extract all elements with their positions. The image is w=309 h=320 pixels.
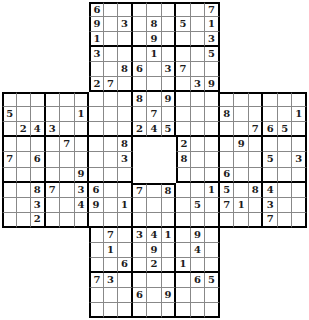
cell-r9c5[interactable]	[60, 122, 75, 137]
cell-r19c14[interactable]: 6	[191, 273, 206, 288]
cell-r16c12[interactable]: 1	[162, 228, 177, 243]
cell-r7c21[interactable]	[292, 92, 307, 107]
cell-r5c8[interactable]	[104, 62, 119, 77]
cell-r19c9[interactable]	[118, 273, 133, 288]
cell-r8c7[interactable]	[89, 107, 104, 122]
cell-r1c15[interactable]: 7	[205, 2, 220, 17]
cell-r18c9[interactable]: 6	[118, 258, 133, 273]
cell-r10c4[interactable]	[46, 137, 61, 152]
cell-r8c11[interactable]: 7	[147, 107, 162, 122]
cell-r12c18[interactable]	[249, 168, 264, 183]
cell-r13c10[interactable]: 7	[133, 183, 148, 198]
cell-r7c20[interactable]	[278, 92, 293, 107]
cell-r12c8[interactable]	[104, 168, 119, 183]
cell-r10c14[interactable]	[191, 137, 206, 152]
cell-r9c2[interactable]: 2	[17, 122, 32, 137]
cell-r13c13[interactable]	[176, 183, 191, 198]
cell-r9c13[interactable]	[176, 122, 191, 137]
cell-r1c10[interactable]	[133, 2, 148, 17]
cell-r15c21[interactable]	[292, 213, 307, 228]
cell-r7c16[interactable]	[220, 92, 235, 107]
cell-r7c4[interactable]	[46, 92, 61, 107]
cell-r12c15[interactable]	[205, 168, 220, 183]
cell-r10c21[interactable]	[292, 137, 307, 152]
cell-r19c10[interactable]	[133, 273, 148, 288]
cell-r13c19[interactable]: 4	[263, 183, 278, 198]
cell-r8c21[interactable]: 1	[292, 107, 307, 122]
cell-r13c7[interactable]: 6	[89, 183, 104, 198]
cell-r15c2[interactable]	[17, 213, 32, 228]
void-region	[220, 32, 235, 47]
cell-r14c7[interactable]: 9	[89, 198, 104, 213]
cell-r6c7[interactable]: 2	[89, 77, 104, 92]
cell-r17c13[interactable]	[176, 243, 191, 258]
cell-r10c16[interactable]	[220, 137, 235, 152]
cell-r15c16[interactable]	[220, 213, 235, 228]
cell-r8c4[interactable]	[46, 107, 61, 122]
cell-r6c8[interactable]: 7	[104, 77, 119, 92]
cell-r8c19[interactable]	[263, 107, 278, 122]
cell-r17c12[interactable]	[162, 243, 177, 258]
cell-r13c16[interactable]: 5	[220, 183, 235, 198]
cell-r14c2[interactable]	[17, 198, 32, 213]
cell-r8c6[interactable]: 1	[75, 107, 90, 122]
cell-r1c11[interactable]	[147, 2, 162, 17]
cell-r21c9[interactable]	[118, 303, 133, 318]
cell-r14c8[interactable]	[104, 198, 119, 213]
cell-r15c11[interactable]	[147, 213, 162, 228]
cell-r13c21[interactable]	[292, 183, 307, 198]
cell-r20c12[interactable]: 9	[162, 288, 177, 303]
cell-r2c11[interactable]: 8	[147, 17, 162, 32]
cell-r13c4[interactable]: 7	[46, 183, 61, 198]
cell-r18c8[interactable]	[104, 258, 119, 273]
cell-r9c8[interactable]	[104, 122, 119, 137]
cell-r12c4[interactable]	[46, 168, 61, 183]
cell-r7c5[interactable]	[60, 92, 75, 107]
cell-r7c17[interactable]	[234, 92, 249, 107]
cell-r15c14[interactable]	[191, 213, 206, 228]
cell-r4c7[interactable]: 3	[89, 47, 104, 62]
cell-r15c15[interactable]	[205, 213, 220, 228]
cell-r18c12[interactable]	[162, 258, 177, 273]
cell-r19c7[interactable]: 7	[89, 273, 104, 288]
cell-r11c5[interactable]	[60, 152, 75, 167]
cell-r6c9[interactable]	[118, 77, 133, 92]
cell-r12c20[interactable]	[278, 168, 293, 183]
cell-r18c15[interactable]	[205, 258, 220, 273]
cell-r10c6[interactable]	[75, 137, 90, 152]
cell-r14c17[interactable]: 1	[234, 198, 249, 213]
cell-r8c20[interactable]	[278, 107, 293, 122]
cell-r16c13[interactable]	[176, 228, 191, 243]
cell-r15c18[interactable]	[249, 213, 264, 228]
void-region	[60, 77, 75, 92]
cell-r21c7[interactable]	[89, 303, 104, 318]
cell-r21c13[interactable]	[176, 303, 191, 318]
cell-r9c7[interactable]	[89, 122, 104, 137]
cell-r3c12[interactable]	[162, 32, 177, 47]
cell-r14c5[interactable]	[60, 198, 75, 213]
cell-r8c3[interactable]	[31, 107, 46, 122]
cell-r19c11[interactable]	[147, 273, 162, 288]
cell-r9c18[interactable]: 7	[249, 122, 264, 137]
cell-r19c8[interactable]: 3	[104, 273, 119, 288]
cell-r14c15[interactable]	[205, 198, 220, 213]
cell-r5c10[interactable]: 6	[133, 62, 148, 77]
cell-r9c6[interactable]	[75, 122, 90, 137]
cell-r9c15[interactable]	[205, 122, 220, 137]
cell-r14c12[interactable]	[162, 198, 177, 213]
cell-r13c20[interactable]	[278, 183, 293, 198]
cell-r2c9[interactable]: 3	[118, 17, 133, 32]
cell-r16c10[interactable]: 3	[133, 228, 148, 243]
cell-r13c12[interactable]: 8	[162, 183, 177, 198]
cell-r10c2[interactable]	[17, 137, 32, 152]
cell-r13c18[interactable]: 8	[249, 183, 264, 198]
cell-r11c9[interactable]: 3	[118, 152, 133, 167]
void-region	[60, 288, 75, 303]
cell-r10c19[interactable]	[263, 137, 278, 152]
cell-r7c6[interactable]	[75, 92, 90, 107]
cell-r11c21[interactable]: 3	[292, 152, 307, 167]
cell-r11c2[interactable]	[17, 152, 32, 167]
cell-r17c7[interactable]	[89, 243, 104, 258]
cell-r7c8[interactable]	[104, 92, 119, 107]
cell-r5c7[interactable]	[89, 62, 104, 77]
cell-r2c8[interactable]	[104, 17, 119, 32]
cell-r19c15[interactable]: 5	[205, 273, 220, 288]
cell-r9c17[interactable]	[234, 122, 249, 137]
cell-r14c4[interactable]	[46, 198, 61, 213]
cell-r9c3[interactable]: 4	[31, 122, 46, 137]
cell-r15c9[interactable]	[118, 213, 133, 228]
cell-r7c11[interactable]	[147, 92, 162, 107]
cell-r11c15[interactable]	[205, 152, 220, 167]
cell-r6c15[interactable]: 9	[205, 77, 220, 92]
cell-r7c13[interactable]	[176, 92, 191, 107]
cell-r12c16[interactable]: 6	[220, 168, 235, 183]
cell-r14c14[interactable]: 5	[191, 198, 206, 213]
cell-r15c1[interactable]	[2, 213, 17, 228]
cell-r3c10[interactable]	[133, 32, 148, 47]
cell-r15c10[interactable]	[133, 213, 148, 228]
cell-r2c15[interactable]: 1	[205, 17, 220, 32]
cell-r19c13[interactable]	[176, 273, 191, 288]
void-region	[2, 17, 17, 32]
cell-r14c3[interactable]: 3	[31, 198, 46, 213]
cell-r12c2[interactable]	[17, 168, 32, 183]
cell-r6c12[interactable]	[162, 77, 177, 92]
cell-r12c6[interactable]: 9	[75, 168, 90, 183]
cell-r13c8[interactable]	[104, 183, 119, 198]
cell-r1c12[interactable]	[162, 2, 177, 17]
void-region	[278, 2, 293, 17]
cell-r3c7[interactable]: 1	[89, 32, 104, 47]
cell-r20c15[interactable]	[205, 288, 220, 303]
cell-r6c14[interactable]: 3	[191, 77, 206, 92]
cell-r20c8[interactable]	[104, 288, 119, 303]
cell-r15c3[interactable]: 2	[31, 213, 46, 228]
cell-r13c2[interactable]	[17, 183, 32, 198]
cell-r8c8[interactable]	[104, 107, 119, 122]
cell-r18c10[interactable]	[133, 258, 148, 273]
cell-r7c12[interactable]: 9	[162, 92, 177, 107]
cell-r13c9[interactable]	[118, 183, 133, 198]
cell-r9c10[interactable]: 2	[133, 122, 148, 137]
cell-r4c13[interactable]	[176, 47, 191, 62]
cell-r20c7[interactable]	[89, 288, 104, 303]
cell-r12c19[interactable]	[263, 168, 278, 183]
cell-r6c13[interactable]	[176, 77, 191, 92]
cell-r11c8[interactable]	[104, 152, 119, 167]
cell-r11c1[interactable]: 7	[2, 152, 17, 167]
cell-r9c9[interactable]	[118, 122, 133, 137]
cell-r13c17[interactable]	[234, 183, 249, 198]
cell-r2c13[interactable]: 5	[176, 17, 191, 32]
cell-r9c1[interactable]	[2, 122, 17, 137]
cell-r15c19[interactable]: 7	[263, 213, 278, 228]
cell-r5c14[interactable]	[191, 62, 206, 77]
cell-r8c1[interactable]: 5	[2, 107, 17, 122]
cell-r13c3[interactable]: 8	[31, 183, 46, 198]
cell-r16c15[interactable]	[205, 228, 220, 243]
cell-r4c9[interactable]	[118, 47, 133, 62]
cell-r7c1[interactable]	[2, 92, 17, 107]
cell-r9c14[interactable]	[191, 122, 206, 137]
cell-r17c15[interactable]	[205, 243, 220, 258]
cell-r14c11[interactable]	[147, 198, 162, 213]
cell-r2c14[interactable]	[191, 17, 206, 32]
cell-r4c11[interactable]: 1	[147, 47, 162, 62]
cell-r10c20[interactable]	[278, 137, 293, 152]
cell-r10c1[interactable]	[2, 137, 17, 152]
cell-r7c19[interactable]	[263, 92, 278, 107]
cell-r8c12[interactable]	[162, 107, 177, 122]
cell-r14c13[interactable]	[176, 198, 191, 213]
cell-r4c8[interactable]	[104, 47, 119, 62]
cell-r1c9[interactable]	[118, 2, 133, 17]
cell-r21c10[interactable]	[133, 303, 148, 318]
cell-r8c16[interactable]: 8	[220, 107, 235, 122]
cell-r1c8[interactable]	[104, 2, 119, 17]
cell-r11c13[interactable]: 8	[176, 152, 191, 167]
cell-r14c1[interactable]	[2, 198, 17, 213]
cell-r1c7[interactable]: 6	[89, 2, 104, 17]
cell-r2c12[interactable]	[162, 17, 177, 32]
cell-r9c12[interactable]: 5	[162, 122, 177, 137]
cell-r13c11[interactable]	[147, 183, 162, 198]
cell-r5c9[interactable]: 8	[118, 62, 133, 77]
cell-r9c11[interactable]: 4	[147, 122, 162, 137]
cell-r12c9[interactable]	[118, 168, 133, 183]
cell-r7c18[interactable]	[249, 92, 264, 107]
cell-r15c5[interactable]	[60, 213, 75, 228]
cell-r4c14[interactable]	[191, 47, 206, 62]
cell-r10c18[interactable]	[249, 137, 264, 152]
cell-r1c14[interactable]	[191, 2, 206, 17]
cell-r10c8[interactable]	[104, 137, 119, 152]
cell-r3c14[interactable]	[191, 32, 206, 47]
cell-r17c11[interactable]: 9	[147, 243, 162, 258]
void-region	[2, 32, 17, 47]
cell-r10c9[interactable]: 8	[118, 137, 133, 152]
void-region	[220, 273, 235, 288]
cell-r10c7[interactable]	[89, 137, 104, 152]
cell-r14c18[interactable]	[249, 198, 264, 213]
cell-r9c19[interactable]: 6	[263, 122, 278, 137]
cell-r18c7[interactable]	[89, 258, 104, 273]
void-region	[249, 77, 264, 92]
cell-r15c12[interactable]	[162, 213, 177, 228]
cell-r7c15[interactable]	[205, 92, 220, 107]
cell-r7c14[interactable]	[191, 92, 206, 107]
cell-r11c3[interactable]: 6	[31, 152, 46, 167]
void-region	[60, 17, 75, 32]
cell-r11c16[interactable]	[220, 152, 235, 167]
cell-r20c9[interactable]	[118, 288, 133, 303]
cell-r11c19[interactable]: 5	[263, 152, 278, 167]
cell-r9c16[interactable]	[220, 122, 235, 137]
cell-r12c7[interactable]	[89, 168, 104, 183]
cell-r16c11[interactable]: 4	[147, 228, 162, 243]
cell-r5c15[interactable]	[205, 62, 220, 77]
cell-r20c14[interactable]	[191, 288, 206, 303]
cell-r9c21[interactable]	[292, 122, 307, 137]
cell-r14c10[interactable]	[133, 198, 148, 213]
cell-r10c15[interactable]	[205, 137, 220, 152]
cell-r7c3[interactable]	[31, 92, 46, 107]
cell-r11c17[interactable]	[234, 152, 249, 167]
cell-r2c7[interactable]: 9	[89, 17, 104, 32]
cell-r3c11[interactable]: 9	[147, 32, 162, 47]
cell-r12c1[interactable]	[2, 168, 17, 183]
cell-r17c10[interactable]	[133, 243, 148, 258]
cell-r7c7[interactable]	[89, 92, 104, 107]
cell-r17c8[interactable]: 1	[104, 243, 119, 258]
cell-r20c11[interactable]	[147, 288, 162, 303]
cell-r1c13[interactable]	[176, 2, 191, 17]
cell-r12c17[interactable]	[234, 168, 249, 183]
cell-r17c9[interactable]	[118, 243, 133, 258]
cell-r18c13[interactable]: 1	[176, 258, 191, 273]
cell-r12c21[interactable]	[292, 168, 307, 183]
cell-r4c15[interactable]: 5	[205, 47, 220, 62]
cell-r10c3[interactable]	[31, 137, 46, 152]
cell-r16c9[interactable]	[118, 228, 133, 243]
cell-r14c9[interactable]: 1	[118, 198, 133, 213]
cell-r18c14[interactable]	[191, 258, 206, 273]
cell-r20c10[interactable]: 6	[133, 288, 148, 303]
cell-r14c20[interactable]	[278, 198, 293, 213]
cell-r9c20[interactable]: 5	[278, 122, 293, 137]
cell-r16c7[interactable]	[89, 228, 104, 243]
cell-r8c15[interactable]	[205, 107, 220, 122]
cell-r15c20[interactable]	[278, 213, 293, 228]
cell-r10c17[interactable]: 9	[234, 137, 249, 152]
cell-r16c8[interactable]: 7	[104, 228, 119, 243]
cell-r19c12[interactable]	[162, 273, 177, 288]
cell-r14c16[interactable]: 7	[220, 198, 235, 213]
cell-r14c6[interactable]: 4	[75, 198, 90, 213]
void-region	[263, 47, 278, 62]
cell-r8c10[interactable]	[133, 107, 148, 122]
cell-r9c4[interactable]: 3	[46, 122, 61, 137]
void-region	[292, 62, 307, 77]
cell-r15c13[interactable]	[176, 213, 191, 228]
void-region	[2, 77, 17, 92]
cell-r3c9[interactable]	[118, 32, 133, 47]
cell-r21c8[interactable]	[104, 303, 119, 318]
cell-r15c6[interactable]	[75, 213, 90, 228]
cell-r12c3[interactable]	[31, 168, 46, 183]
cell-r13c6[interactable]: 3	[75, 183, 90, 198]
cell-r10c5[interactable]: 7	[60, 137, 75, 152]
cell-r8c13[interactable]	[176, 107, 191, 122]
cell-r13c14[interactable]	[191, 183, 206, 198]
cell-r16c14[interactable]: 9	[191, 228, 206, 243]
cell-r4c10[interactable]	[133, 47, 148, 62]
cell-r11c14[interactable]	[191, 152, 206, 167]
cell-r21c12[interactable]	[162, 303, 177, 318]
cell-r6c10[interactable]	[133, 77, 148, 92]
cell-r5c13[interactable]: 7	[176, 62, 191, 77]
cell-r3c15[interactable]: 3	[205, 32, 220, 47]
cell-r11c4[interactable]	[46, 152, 61, 167]
cell-r8c17[interactable]	[234, 107, 249, 122]
cell-r7c10[interactable]: 8	[133, 92, 148, 107]
cell-r11c20[interactable]	[278, 152, 293, 167]
cell-r15c17[interactable]	[234, 213, 249, 228]
cell-r15c8[interactable]	[104, 213, 119, 228]
cell-r12c13[interactable]	[176, 168, 191, 183]
cell-r11c18[interactable]	[249, 152, 264, 167]
cell-r8c5[interactable]	[60, 107, 75, 122]
cell-r18c11[interactable]: 2	[147, 258, 162, 273]
cell-r17c14[interactable]: 4	[191, 243, 206, 258]
cell-r5c12[interactable]: 3	[162, 62, 177, 77]
cell-r4c12[interactable]	[162, 47, 177, 62]
cell-r13c1[interactable]	[2, 183, 17, 198]
cell-r20c13[interactable]	[176, 288, 191, 303]
cell-r7c9[interactable]	[118, 92, 133, 107]
cell-r8c18[interactable]	[249, 107, 264, 122]
cell-r6c11[interactable]	[147, 77, 162, 92]
cell-r12c5[interactable]	[60, 168, 75, 183]
cell-r11c7[interactable]	[89, 152, 104, 167]
cell-r11c6[interactable]	[75, 152, 90, 167]
cell-r5c11[interactable]	[147, 62, 162, 77]
cell-r13c15[interactable]: 1	[205, 183, 220, 198]
cell-r8c14[interactable]	[191, 107, 206, 122]
cell-r21c14[interactable]	[191, 303, 206, 318]
cell-r15c7[interactable]	[89, 213, 104, 228]
cell-r12c14[interactable]	[191, 168, 206, 183]
cell-r13c5[interactable]	[60, 183, 75, 198]
cell-r21c15[interactable]	[205, 303, 220, 318]
cell-r14c19[interactable]: 3	[263, 198, 278, 213]
cell-r21c11[interactable]	[147, 303, 162, 318]
cell-r2c10[interactable]	[133, 17, 148, 32]
cell-r3c13[interactable]	[176, 32, 191, 47]
cell-r3c8[interactable]	[104, 32, 119, 47]
cell-r7c2[interactable]	[17, 92, 32, 107]
cell-r8c2[interactable]	[17, 107, 32, 122]
cell-r10c13[interactable]: 2	[176, 137, 191, 152]
cell-r8c9[interactable]	[118, 107, 133, 122]
cell-r15c4[interactable]	[46, 213, 61, 228]
cell-r14c21[interactable]	[292, 198, 307, 213]
